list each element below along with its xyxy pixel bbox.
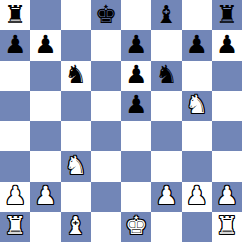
square-a8[interactable]: ♜	[0, 0, 30, 30]
square-f5[interactable]	[151, 91, 181, 121]
square-e8[interactable]	[121, 0, 151, 30]
piece-white-pawn[interactable]: ♟	[34, 183, 56, 208]
piece-white-rook[interactable]: ♜	[4, 213, 26, 238]
piece-black-knight[interactable]: ♞	[64, 62, 86, 87]
piece-black-pawn[interactable]: ♟	[216, 32, 238, 57]
square-d8[interactable]: ♚	[91, 0, 121, 30]
square-a1[interactable]: ♜	[0, 212, 30, 242]
square-e6[interactable]: ♟	[121, 61, 151, 91]
square-h1[interactable]: ♜	[212, 212, 242, 242]
square-a4[interactable]	[0, 121, 30, 151]
square-g6[interactable]	[182, 61, 212, 91]
square-a3[interactable]	[0, 151, 30, 181]
square-e5[interactable]: ♟	[121, 91, 151, 121]
square-f8[interactable]: ♝	[151, 0, 181, 30]
piece-black-rook[interactable]: ♜	[216, 2, 238, 27]
square-g2[interactable]: ♟	[182, 182, 212, 212]
square-h8[interactable]: ♜	[212, 0, 242, 30]
piece-white-pawn[interactable]: ♟	[4, 183, 26, 208]
square-b3[interactable]	[30, 151, 60, 181]
square-g8[interactable]	[182, 0, 212, 30]
square-d3[interactable]	[91, 151, 121, 181]
piece-black-pawn[interactable]: ♟	[125, 92, 147, 117]
square-f2[interactable]: ♟	[151, 182, 181, 212]
square-e4[interactable]	[121, 121, 151, 151]
square-c4[interactable]	[61, 121, 91, 151]
square-e3[interactable]	[121, 151, 151, 181]
square-e1[interactable]: ♚	[121, 212, 151, 242]
square-a2[interactable]: ♟	[0, 182, 30, 212]
square-f3[interactable]	[151, 151, 181, 181]
piece-black-pawn[interactable]: ♟	[125, 62, 147, 87]
square-d4[interactable]	[91, 121, 121, 151]
square-g3[interactable]	[182, 151, 212, 181]
square-f7[interactable]	[151, 30, 181, 60]
square-c2[interactable]	[61, 182, 91, 212]
square-b5[interactable]	[30, 91, 60, 121]
piece-white-knight[interactable]: ♞	[185, 92, 207, 117]
square-h4[interactable]	[212, 121, 242, 151]
square-c8[interactable]	[61, 0, 91, 30]
square-a5[interactable]	[0, 91, 30, 121]
square-b4[interactable]	[30, 121, 60, 151]
square-e7[interactable]: ♟	[121, 30, 151, 60]
square-h2[interactable]: ♟	[212, 182, 242, 212]
square-d2[interactable]	[91, 182, 121, 212]
piece-white-knight[interactable]: ♞	[64, 153, 86, 178]
square-d1[interactable]	[91, 212, 121, 242]
square-c3[interactable]: ♞	[61, 151, 91, 181]
square-c6[interactable]: ♞	[61, 61, 91, 91]
piece-white-pawn[interactable]: ♟	[185, 183, 207, 208]
square-b8[interactable]	[30, 0, 60, 30]
square-f1[interactable]	[151, 212, 181, 242]
square-c1[interactable]: ♝	[61, 212, 91, 242]
square-g1[interactable]	[182, 212, 212, 242]
piece-white-king[interactable]: ♚	[125, 213, 147, 238]
chess-board-window: ♜♚♝♜♟♟♟♟♟♞♟♞♟♞♞♟♟♟♟♟♜♝♚♜	[0, 0, 242, 242]
piece-white-bishop[interactable]: ♝	[64, 213, 86, 238]
square-d7[interactable]	[91, 30, 121, 60]
piece-white-rook[interactable]: ♜	[216, 213, 238, 238]
square-g4[interactable]	[182, 121, 212, 151]
square-f4[interactable]	[151, 121, 181, 151]
piece-black-pawn[interactable]: ♟	[185, 32, 207, 57]
square-h6[interactable]	[212, 61, 242, 91]
square-c7[interactable]	[61, 30, 91, 60]
square-a6[interactable]	[0, 61, 30, 91]
piece-black-knight[interactable]: ♞	[155, 62, 177, 87]
square-g5[interactable]: ♞	[182, 91, 212, 121]
square-h7[interactable]: ♟	[212, 30, 242, 60]
piece-black-pawn[interactable]: ♟	[125, 32, 147, 57]
square-b6[interactable]	[30, 61, 60, 91]
square-c5[interactable]	[61, 91, 91, 121]
square-a7[interactable]: ♟	[0, 30, 30, 60]
piece-black-bishop[interactable]: ♝	[155, 2, 177, 27]
square-b1[interactable]	[30, 212, 60, 242]
square-b7[interactable]: ♟	[30, 30, 60, 60]
piece-white-pawn[interactable]: ♟	[155, 183, 177, 208]
piece-black-pawn[interactable]: ♟	[4, 32, 26, 57]
piece-black-rook[interactable]: ♜	[4, 2, 26, 27]
piece-black-king[interactable]: ♚	[95, 2, 117, 27]
square-g7[interactable]: ♟	[182, 30, 212, 60]
piece-black-pawn[interactable]: ♟	[34, 32, 56, 57]
square-h5[interactable]	[212, 91, 242, 121]
square-d6[interactable]	[91, 61, 121, 91]
square-f6[interactable]: ♞	[151, 61, 181, 91]
square-b2[interactable]: ♟	[30, 182, 60, 212]
chess-board: ♜♚♝♜♟♟♟♟♟♞♟♞♟♞♞♟♟♟♟♟♜♝♚♜	[0, 0, 242, 242]
square-e2[interactable]	[121, 182, 151, 212]
square-h3[interactable]	[212, 151, 242, 181]
square-d5[interactable]	[91, 91, 121, 121]
piece-white-pawn[interactable]: ♟	[216, 183, 238, 208]
